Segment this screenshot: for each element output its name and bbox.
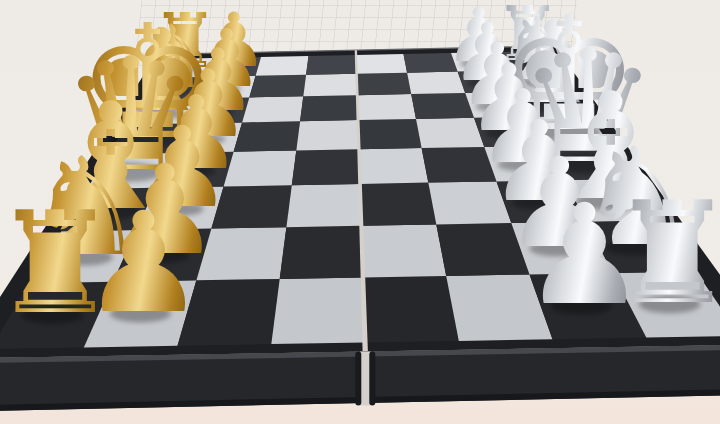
photo-scene: ♜♞♝♛♚♝♞♜♟♟♟♟♟♟♟♟♟♟♟♟♟♟♟♟♜♞♝♛♚♝♞♜ — [0, 0, 720, 424]
pieces-layer: ♜♞♝♛♚♝♞♜♟♟♟♟♟♟♟♟♟♟♟♟♟♟♟♟♜♞♝♛♚♝♞♜ — [0, 0, 720, 424]
piece-gold-pawn[interactable]: ♟ — [81, 194, 206, 333]
piece-silver-pawn[interactable]: ♟ — [522, 186, 647, 325]
